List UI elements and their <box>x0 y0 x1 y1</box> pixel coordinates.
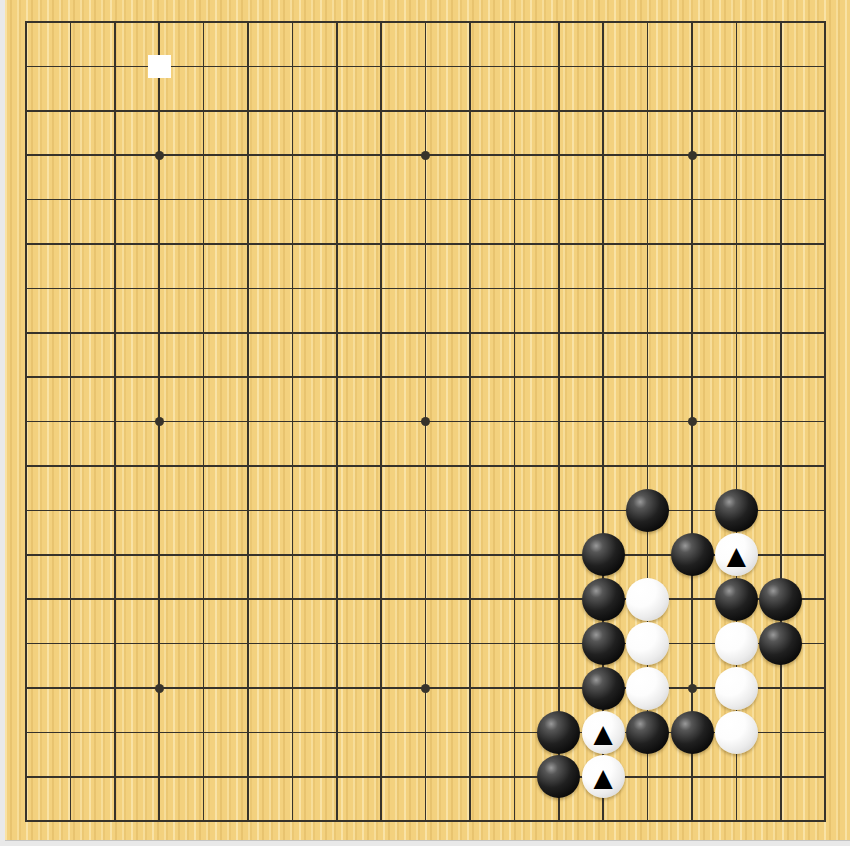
stone-black-Q7[interactable] <box>671 533 714 576</box>
stone-black-S6[interactable] <box>759 578 802 621</box>
grid-line <box>558 21 560 822</box>
stone-black-O7[interactable] <box>582 533 625 576</box>
triangle-marker-icon: ▲ <box>582 756 625 799</box>
grid-line <box>25 465 826 467</box>
stone-black-R8[interactable] <box>715 489 758 532</box>
stone-black-O4[interactable] <box>582 667 625 710</box>
stone-black-N3[interactable] <box>537 711 580 754</box>
square-marker <box>148 55 171 78</box>
stone-black-O6[interactable] <box>582 578 625 621</box>
grid-line <box>25 643 826 645</box>
grid-line <box>25 820 826 822</box>
stone-black-Q3[interactable] <box>671 711 714 754</box>
hoshi-point <box>421 151 430 160</box>
stone-white-R5[interactable] <box>715 622 758 665</box>
stone-white-P5[interactable] <box>626 622 669 665</box>
stone-black-R6[interactable] <box>715 578 758 621</box>
grid-line <box>469 21 471 822</box>
stone-white-O3[interactable]: ▲ <box>582 711 625 754</box>
hoshi-point <box>688 151 697 160</box>
hoshi-point <box>155 417 164 426</box>
grid-line <box>824 21 826 822</box>
stone-white-R7[interactable]: ▲ <box>715 533 758 576</box>
hoshi-point <box>421 684 430 693</box>
stone-black-P3[interactable] <box>626 711 669 754</box>
stone-white-R3[interactable] <box>715 711 758 754</box>
triangle-marker-icon: ▲ <box>715 534 758 577</box>
hoshi-point <box>688 684 697 693</box>
stone-black-P8[interactable] <box>626 489 669 532</box>
grid-line <box>780 21 782 822</box>
grid-line <box>25 598 826 600</box>
grid-line <box>25 510 826 512</box>
hoshi-point <box>155 684 164 693</box>
triangle-marker-icon: ▲ <box>582 712 625 755</box>
grid-line <box>514 21 516 822</box>
stone-white-P6[interactable] <box>626 578 669 621</box>
stone-white-P4[interactable] <box>626 667 669 710</box>
grid-line <box>25 776 826 778</box>
stone-white-R4[interactable] <box>715 667 758 710</box>
hoshi-point <box>155 151 164 160</box>
stone-black-O5[interactable] <box>582 622 625 665</box>
stone-white-O2[interactable]: ▲ <box>582 755 625 798</box>
go-app-window: ▲▲▲ <box>0 0 850 846</box>
hoshi-point <box>688 417 697 426</box>
